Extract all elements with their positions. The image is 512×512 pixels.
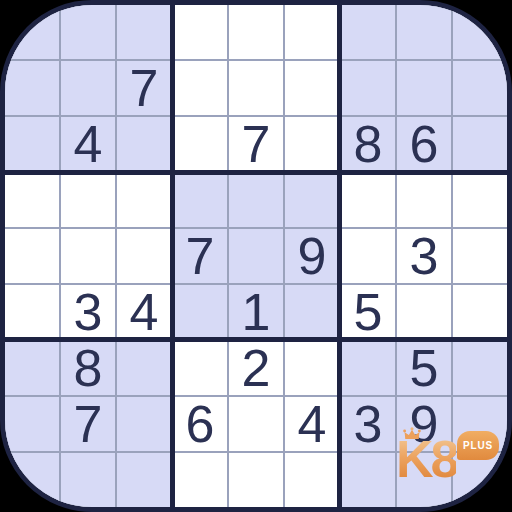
cell-r1c4[interactable] (173, 5, 227, 59)
cell-r1c9[interactable] (453, 5, 507, 59)
cell-r1c1[interactable] (5, 5, 59, 59)
cell-r2c4[interactable] (173, 61, 227, 115)
cell-r5c2[interactable] (61, 229, 115, 283)
cell-r8c2[interactable]: 7 (61, 397, 115, 451)
cell-r2c5[interactable] (229, 61, 283, 115)
cell-r3c1[interactable] (5, 117, 59, 171)
cell-r8c1[interactable] (5, 397, 59, 451)
cell-r4c5[interactable] (229, 173, 283, 227)
cell-r4c1[interactable] (5, 173, 59, 227)
cell-r4c4[interactable] (173, 173, 227, 227)
cell-r6c4[interactable] (173, 285, 227, 339)
cell-r2c7[interactable] (341, 61, 395, 115)
cell-r8c6[interactable]: 4 (285, 397, 339, 451)
cell-r9c1[interactable] (5, 453, 59, 507)
cell-r7c2[interactable]: 8 (61, 341, 115, 395)
block-border-vertical-left (170, 5, 175, 507)
cell-r1c6[interactable] (285, 5, 339, 59)
cell-r7c7[interactable] (341, 341, 395, 395)
cell-r1c8[interactable] (397, 5, 451, 59)
cell-r2c2[interactable] (61, 61, 115, 115)
cell-r9c5[interactable] (229, 453, 283, 507)
cell-r6c1[interactable] (5, 285, 59, 339)
cell-r6c7[interactable]: 5 (341, 285, 395, 339)
cell-r9c2[interactable] (61, 453, 115, 507)
cell-r2c9[interactable] (453, 61, 507, 115)
cell-r7c1[interactable] (5, 341, 59, 395)
cell-r1c3[interactable] (117, 5, 171, 59)
cell-r6c5[interactable]: 1 (229, 285, 283, 339)
cell-r9c4[interactable] (173, 453, 227, 507)
cell-r7c9[interactable] (453, 341, 507, 395)
cell-r5c5[interactable] (229, 229, 283, 283)
cell-r2c3[interactable]: 7 (117, 61, 171, 115)
cell-r1c7[interactable] (341, 5, 395, 59)
cell-r7c6[interactable] (285, 341, 339, 395)
cell-r1c2[interactable] (61, 5, 115, 59)
cell-r8c3[interactable] (117, 397, 171, 451)
cell-r4c7[interactable] (341, 173, 395, 227)
sudoku-grid: 74786793341582576439 (5, 5, 507, 507)
cell-r6c8[interactable] (397, 285, 451, 339)
cell-r5c9[interactable] (453, 229, 507, 283)
cell-r9c7[interactable] (341, 453, 395, 507)
cell-r5c8[interactable]: 3 (397, 229, 451, 283)
cell-r5c6[interactable]: 9 (285, 229, 339, 283)
cell-r7c5[interactable]: 2 (229, 341, 283, 395)
cell-r3c9[interactable] (453, 117, 507, 171)
cell-r5c3[interactable] (117, 229, 171, 283)
cell-r6c2[interactable]: 3 (61, 285, 115, 339)
cell-r7c3[interactable] (117, 341, 171, 395)
cell-r4c9[interactable] (453, 173, 507, 227)
cell-r3c7[interactable]: 8 (341, 117, 395, 171)
cell-r7c4[interactable] (173, 341, 227, 395)
block-border-horizontal-bottom (5, 337, 507, 342)
cell-r8c7[interactable]: 3 (341, 397, 395, 451)
cell-r8c4[interactable]: 6 (173, 397, 227, 451)
cell-r1c5[interactable] (229, 5, 283, 59)
cell-r3c6[interactable] (285, 117, 339, 171)
cell-r3c2[interactable]: 4 (61, 117, 115, 171)
block-border-horizontal-top (5, 170, 507, 175)
cell-r5c7[interactable] (341, 229, 395, 283)
cell-r3c8[interactable]: 6 (397, 117, 451, 171)
cell-r6c3[interactable]: 4 (117, 285, 171, 339)
cell-r9c6[interactable] (285, 453, 339, 507)
cell-r6c6[interactable] (285, 285, 339, 339)
cell-r8c8[interactable]: 9 (397, 397, 451, 451)
cell-r9c9[interactable] (453, 453, 507, 507)
cell-r9c8[interactable] (397, 453, 451, 507)
cell-r7c8[interactable]: 5 (397, 341, 451, 395)
block-border-vertical-right (337, 5, 342, 507)
cell-r5c1[interactable] (5, 229, 59, 283)
cell-r3c4[interactable] (173, 117, 227, 171)
cell-r4c2[interactable] (61, 173, 115, 227)
cell-r4c3[interactable] (117, 173, 171, 227)
cell-r8c5[interactable] (229, 397, 283, 451)
cell-r2c8[interactable] (397, 61, 451, 115)
cell-r6c9[interactable] (453, 285, 507, 339)
sudoku-board: 74786793341582576439 K8 PLUS (0, 0, 512, 512)
cell-r3c5[interactable]: 7 (229, 117, 283, 171)
cell-r3c3[interactable] (117, 117, 171, 171)
cell-r8c9[interactable] (453, 397, 507, 451)
cell-r4c8[interactable] (397, 173, 451, 227)
cell-r5c4[interactable]: 7 (173, 229, 227, 283)
cell-r2c6[interactable] (285, 61, 339, 115)
cell-r4c6[interactable] (285, 173, 339, 227)
cell-r2c1[interactable] (5, 61, 59, 115)
cell-r9c3[interactable] (117, 453, 171, 507)
